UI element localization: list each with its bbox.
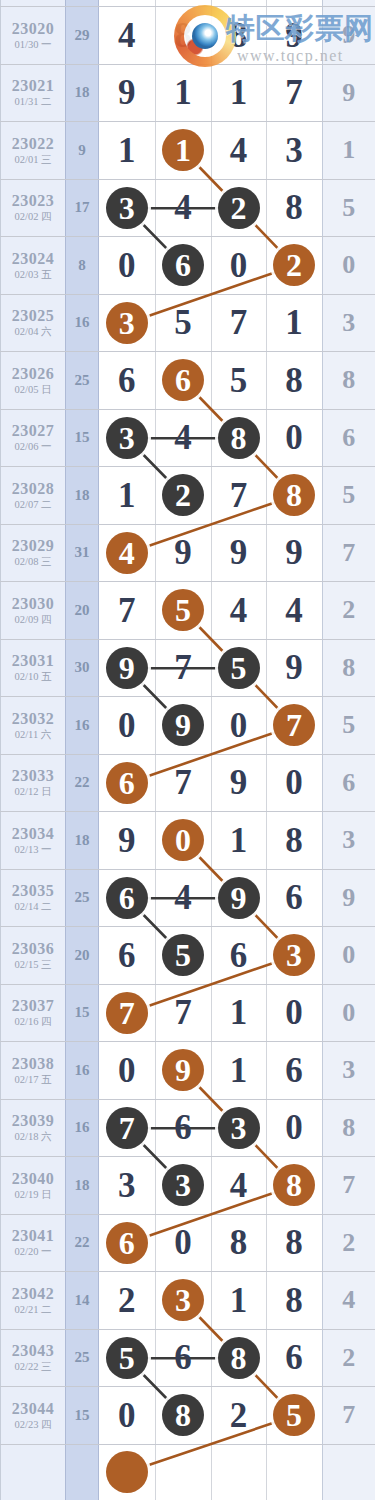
digit-cell: 2: [212, 180, 267, 237]
digit: 1: [118, 133, 136, 168]
draw-row: 2302202/01 三911431: [0, 122, 375, 180]
period-cell: [0, 1445, 66, 1500]
extra-cell: 8: [323, 1100, 375, 1157]
sum-cell: 25: [66, 1330, 99, 1387]
digit-cell: 9: [156, 697, 212, 754]
digit-cell: 7: [267, 697, 323, 754]
period-cell: 2302402/03 五: [0, 237, 66, 294]
circled-digit-dark: 3: [106, 417, 148, 459]
digit-cell: 3: [156, 1157, 212, 1214]
digit-cell: 4: [212, 1157, 267, 1214]
draw-row: 2302402/03 五806020: [0, 237, 375, 295]
digit: 2: [118, 1283, 136, 1318]
draw-date: 02/14 二: [14, 900, 51, 913]
extra-digit: 2: [342, 1230, 355, 1256]
digit-cell: 5: [156, 927, 212, 984]
extra-digit: 8: [342, 655, 355, 681]
digit-cell: 6: [156, 1330, 212, 1387]
period-number: 23043: [12, 1342, 55, 1360]
digit-cell: 1: [212, 985, 267, 1042]
period-number: 23021: [12, 77, 55, 95]
digit: 9: [285, 18, 303, 53]
digit: 8: [174, 18, 192, 53]
digit-cell: [99, 1445, 156, 1500]
period-cell: 2304202/21 二: [0, 1272, 66, 1329]
draw-row: 2303002/09 四2075442: [0, 582, 375, 640]
digit-cell: 4: [156, 410, 212, 467]
draw-date: 02/02 四: [14, 210, 51, 223]
extra-digit: 3: [342, 827, 355, 853]
digit-cell: 9: [156, 525, 212, 582]
extra-cell: 3: [323, 295, 375, 352]
sum-value: 17: [75, 199, 90, 216]
circled-digit-dark: 2: [162, 474, 204, 516]
draw-row: 2304302/22 三2556862: [0, 1330, 375, 1388]
draw-row: 2302602/05 日2566588: [0, 352, 375, 410]
period-number: 23026: [12, 365, 55, 383]
digit-cell: [212, 0, 267, 6]
extra-digit: 2: [342, 1345, 355, 1371]
circled-digit-orange: 3: [106, 302, 148, 344]
digit-cell: 6: [156, 352, 212, 409]
sum-cell: 16: [66, 1042, 99, 1099]
digit-cell: 0: [267, 410, 323, 467]
extra-cell: 2: [323, 1215, 375, 1272]
sum-value: 16: [75, 717, 90, 734]
digit-cell: 0: [99, 697, 156, 754]
period-cell: 2303902/18 六: [0, 1100, 66, 1157]
sum-cell: 20: [66, 927, 99, 984]
sum-value: 25: [75, 1349, 90, 1366]
draw-row: 2302902/08 三3149997: [0, 525, 375, 583]
digit-cell: 2: [156, 467, 212, 524]
period-cell: 2302602/05 日: [0, 352, 66, 409]
sum-cell: 16: [66, 295, 99, 352]
draw-date: 02/17 五: [14, 1073, 51, 1086]
digit-cell: 9: [99, 640, 156, 697]
circled-digit-orange: 9: [162, 1049, 204, 1091]
draw-date: 02/15 三: [14, 958, 51, 971]
period-cell: 2303202/11 六: [0, 697, 66, 754]
digit-cell: [99, 0, 156, 6]
prediction-row: [0, 1445, 375, 1500]
period-cell: 2303402/13 一: [0, 812, 66, 869]
digit: 0: [174, 1225, 192, 1260]
period-number: 23031: [12, 652, 55, 670]
digit-cell: 8: [267, 1215, 323, 1272]
digit-cell: 1: [212, 1272, 267, 1329]
extra-cell: 4: [323, 1272, 375, 1329]
circled-digit-orange: 6: [162, 359, 204, 401]
circled-digit-dark: 8: [162, 1394, 204, 1436]
sum-cell: 16: [66, 697, 99, 754]
sum-value: 25: [75, 372, 90, 389]
extra-cell: 0: [323, 927, 375, 984]
extra-cell: 7: [323, 1157, 375, 1214]
period-number: 23024: [12, 250, 55, 268]
period-cell: 2302802/07 二: [0, 467, 66, 524]
extra-cell: [323, 0, 375, 6]
digit-cell: 0: [156, 1215, 212, 1272]
digit-cell: 5: [156, 295, 212, 352]
period-number: 23025: [12, 307, 55, 325]
extra-digit: 0: [342, 252, 355, 278]
digit-cell: 3: [267, 927, 323, 984]
period-number: 23029: [12, 537, 55, 555]
circled-digit-orange: 5: [162, 589, 204, 631]
period-cell: 2302902/08 三: [0, 525, 66, 582]
period-cell: 2302302/02 四: [0, 180, 66, 237]
digit-cell: 1: [99, 122, 156, 179]
digit-cell: 5: [212, 352, 267, 409]
extra-digit: 8: [342, 1115, 355, 1141]
sum-cell: 18: [66, 1157, 99, 1214]
period-number: 23044: [12, 1400, 55, 1418]
sum-value: 22: [75, 1234, 90, 1251]
circled-digit-orange: 7: [273, 704, 315, 746]
extra-cell: 9: [323, 65, 375, 122]
sum-cell: 25: [66, 352, 99, 409]
digit-cell: 8: [156, 7, 212, 64]
digit: 4: [174, 420, 192, 455]
digit-cell: 7: [212, 467, 267, 524]
digit: 8: [230, 18, 248, 53]
circled-digit-orange: 0: [162, 819, 204, 861]
digit: 9: [118, 75, 136, 110]
draw-row: 2303602/15 三2065630: [0, 927, 375, 985]
circled-digit-orange: 2: [273, 244, 315, 286]
draw-date: 02/20 一: [14, 1245, 51, 1258]
digit-cell: 1: [156, 65, 212, 122]
digit-cell: 8: [267, 1157, 323, 1214]
digit-cell: 3: [99, 410, 156, 467]
circled-digit-orange: 8: [273, 474, 315, 516]
extra-cell: 8: [323, 640, 375, 697]
trend-grid: 2302001/30 一29488992302101/31 二189117923…: [0, 0, 375, 1500]
period-cell: 2303302/12 日: [0, 755, 66, 812]
draw-row: 2303102/10 五3097598: [0, 640, 375, 698]
extra-cell: 9: [323, 7, 375, 64]
sum-value: 29: [75, 27, 90, 44]
sum-value: 15: [75, 1407, 90, 1424]
period-number: 23041: [12, 1227, 55, 1245]
digit-cell: 5: [156, 582, 212, 639]
digit-cell: 9: [267, 640, 323, 697]
circled-digit-dark: 9: [162, 704, 204, 746]
circled-digit-orange: 6: [106, 762, 148, 804]
digit-cell: 9: [267, 525, 323, 582]
digit: 0: [230, 248, 248, 283]
digit-cell: 0: [99, 1387, 156, 1444]
digit: 4: [118, 18, 136, 53]
extra-cell: 5: [323, 697, 375, 754]
draw-date: 02/21 二: [14, 1303, 51, 1316]
digit: 8: [285, 823, 303, 858]
partial-row: [0, 0, 375, 7]
digit: 9: [285, 535, 303, 570]
digit-cell: 7: [99, 1100, 156, 1157]
circled-digit-dark: 9: [106, 647, 148, 689]
draw-date: 02/06 一: [14, 440, 51, 453]
sum-value: 18: [75, 487, 90, 504]
digit-cell: 0: [156, 812, 212, 869]
period-cell: 2304302/22 三: [0, 1330, 66, 1387]
digit: 1: [174, 75, 192, 110]
draw-date: 02/23 四: [14, 1418, 51, 1431]
digit-cell: 8: [212, 410, 267, 467]
digit-cell: 2: [212, 1387, 267, 1444]
extra-cell: 7: [323, 525, 375, 582]
period-cell: [0, 0, 66, 6]
digit-cell: 9: [156, 1042, 212, 1099]
extra-cell: [323, 1445, 375, 1500]
lottery-trend-chart: 2302001/30 一29488992302101/31 二189117923…: [0, 0, 375, 1500]
digit-cell: [156, 0, 212, 6]
draw-date: 02/22 三: [14, 1360, 51, 1373]
digit: 1: [230, 995, 248, 1030]
draw-date: 02/10 五: [14, 670, 51, 683]
sum-value: 16: [75, 1062, 90, 1079]
digit-cell: 1: [212, 812, 267, 869]
draw-row: 2303502/14 二2564969: [0, 870, 375, 928]
digit-cell: 1: [99, 467, 156, 524]
draw-row: 2303802/17 五1609163: [0, 1042, 375, 1100]
digit-cell: 4: [156, 870, 212, 927]
circled-digit-dark: 2: [218, 187, 260, 229]
digit-cell: 6: [156, 1100, 212, 1157]
digit-cell: 0: [212, 697, 267, 754]
draw-row: 2303702/16 四1577100: [0, 985, 375, 1043]
digit: 2: [230, 1398, 248, 1433]
extra-cell: 3: [323, 812, 375, 869]
sum-value: 15: [75, 1004, 90, 1021]
draw-row: 2303302/12 日2267906: [0, 755, 375, 813]
digit: 6: [174, 1110, 192, 1145]
period-cell: 2303602/15 三: [0, 927, 66, 984]
digit-cell: 8: [267, 812, 323, 869]
sum-cell: 31: [66, 525, 99, 582]
digit-cell: 0: [99, 237, 156, 294]
digit-cell: 4: [99, 525, 156, 582]
digit-cell: 6: [267, 1042, 323, 1099]
digit-cell: 7: [156, 755, 212, 812]
extra-cell: 6: [323, 410, 375, 467]
digit-cell: 0: [267, 755, 323, 812]
period-number: 23022: [12, 135, 55, 153]
digit-cell: [267, 1445, 323, 1500]
sum-cell: 20: [66, 582, 99, 639]
circled-digit-dark: 3: [162, 1164, 204, 1206]
digit: 3: [118, 1168, 136, 1203]
digit-cell: 1: [267, 295, 323, 352]
digit: 5: [174, 305, 192, 340]
period-cell: 2303702/16 四: [0, 985, 66, 1042]
digit-cell: 3: [212, 1100, 267, 1157]
circled-digit-dark: 5: [218, 647, 260, 689]
digit-cell: 8: [212, 7, 267, 64]
sum-cell: 15: [66, 1387, 99, 1444]
digit: 1: [118, 478, 136, 513]
sum-value: 30: [75, 659, 90, 676]
draw-row: 2302502/04 六1635713: [0, 295, 375, 353]
digit-cell: 4: [212, 122, 267, 179]
draw-row: 2304102/20 一2260882: [0, 1215, 375, 1273]
extra-digit: 5: [342, 482, 355, 508]
digit: 7: [174, 765, 192, 800]
period-cell: 2302702/06 一: [0, 410, 66, 467]
digit-cell: 7: [212, 295, 267, 352]
circled-digit-orange: 3: [162, 1279, 204, 1321]
draw-row: 2304202/21 二1423184: [0, 1272, 375, 1330]
period-cell: 2304102/20 一: [0, 1215, 66, 1272]
period-number: 23036: [12, 940, 55, 958]
period-cell: 2303502/14 二: [0, 870, 66, 927]
digit: 6: [285, 1053, 303, 1088]
digit: 9: [118, 823, 136, 858]
period-number: 23037: [12, 997, 55, 1015]
sum-cell: 15: [66, 410, 99, 467]
draw-row: 2304002/19 日1833487: [0, 1157, 375, 1215]
sum-cell: 9: [66, 122, 99, 179]
digit: 7: [174, 650, 192, 685]
digit: 4: [230, 593, 248, 628]
digit: 0: [285, 765, 303, 800]
digit-cell: [267, 0, 323, 6]
period-number: 23035: [12, 882, 55, 900]
digit-cell: 8: [212, 1330, 267, 1387]
circled-digit-dark: 5: [106, 1337, 148, 1379]
extra-cell: 1: [323, 122, 375, 179]
extra-cell: 0: [323, 985, 375, 1042]
digit: 4: [230, 1168, 248, 1203]
digit: 9: [230, 765, 248, 800]
sum-cell: 18: [66, 812, 99, 869]
digit-cell: 6: [267, 870, 323, 927]
circled-digit-orange: 4: [106, 532, 148, 574]
extra-digit: 7: [342, 540, 355, 566]
extra-digit: 9: [342, 22, 355, 48]
period-number: 23038: [12, 1055, 55, 1073]
sum-cell: 18: [66, 467, 99, 524]
digit: 6: [174, 1340, 192, 1375]
sum-cell: 8: [66, 237, 99, 294]
draw-row: 2303902/18 六1676308: [0, 1100, 375, 1158]
digit: 6: [230, 938, 248, 973]
digit-cell: 8: [267, 352, 323, 409]
extra-digit: 2: [342, 597, 355, 623]
digit-cell: 7: [99, 582, 156, 639]
digit-cell: 3: [99, 295, 156, 352]
draw-date: 01/31 二: [14, 95, 51, 108]
sum-cell: 29: [66, 7, 99, 64]
digit: 5: [230, 363, 248, 398]
circled-digit-orange: 5: [273, 1394, 315, 1436]
digit-cell: 8: [212, 1215, 267, 1272]
digit-cell: 5: [99, 1330, 156, 1387]
digit: 8: [230, 1225, 248, 1260]
digit-cell: 0: [267, 985, 323, 1042]
digit-cell: 6: [99, 352, 156, 409]
period-cell: 2304002/19 日: [0, 1157, 66, 1214]
digit-cell: 4: [267, 582, 323, 639]
sum-cell: 16: [66, 1100, 99, 1157]
digit-cell: 8: [267, 180, 323, 237]
sum-value: 8: [78, 257, 86, 274]
sum-cell: 22: [66, 1215, 99, 1272]
extra-digit: 7: [342, 1402, 355, 1428]
period-cell: 2302101/31 二: [0, 65, 66, 122]
circled-digit-dark: 8: [218, 417, 260, 459]
digit: 0: [118, 248, 136, 283]
digit-cell: 1: [156, 122, 212, 179]
extra-cell: 5: [323, 467, 375, 524]
digit: 7: [174, 995, 192, 1030]
digit-cell: 3: [99, 1157, 156, 1214]
draw-date: 02/12 日: [14, 785, 51, 798]
digit: 0: [230, 708, 248, 743]
extra-digit: 5: [342, 195, 355, 221]
digit-cell: 2: [267, 237, 323, 294]
extra-digit: 4: [342, 1287, 355, 1313]
digit: 4: [285, 593, 303, 628]
digit: 0: [285, 420, 303, 455]
digit: 0: [118, 1053, 136, 1088]
digit-cell: 8: [156, 1387, 212, 1444]
digit-cell: 2: [99, 1272, 156, 1329]
sum-value: 18: [75, 832, 90, 849]
sum-value: 20: [75, 947, 90, 964]
extra-cell: 3: [323, 1042, 375, 1099]
digit-cell: [212, 1445, 267, 1500]
sum-value: 20: [75, 602, 90, 619]
sum-value: 31: [75, 544, 90, 561]
extra-cell: 2: [323, 582, 375, 639]
digit: 1: [230, 1283, 248, 1318]
digit-cell: [156, 1445, 212, 1500]
digit-cell: 1: [212, 65, 267, 122]
draw-date: 02/11 六: [15, 728, 52, 741]
draw-date: 01/30 一: [14, 38, 51, 51]
draw-date: 02/05 日: [14, 383, 51, 396]
circled-digit-orange: 8: [273, 1164, 315, 1206]
digit-cell: 3: [99, 180, 156, 237]
draw-date: 02/18 六: [14, 1130, 51, 1143]
draw-date: 02/04 六: [14, 325, 51, 338]
digit-cell: 9: [212, 870, 267, 927]
period-cell: 2303802/17 五: [0, 1042, 66, 1099]
digit-cell: 6: [99, 755, 156, 812]
period-number: 23040: [12, 1170, 55, 1188]
sum-value: 14: [75, 1292, 90, 1309]
digit-cell: 0: [99, 1042, 156, 1099]
circled-digit-dark: 3: [106, 187, 148, 229]
period-number: 23033: [12, 767, 55, 785]
digit-cell: 9: [212, 525, 267, 582]
digit-cell: 7: [99, 985, 156, 1042]
digit-cell: 4: [156, 180, 212, 237]
digit: 7: [118, 593, 136, 628]
digit: 6: [118, 938, 136, 973]
prediction-circle: [106, 1451, 148, 1493]
draw-date: 02/19 日: [14, 1188, 51, 1201]
extra-digit: 9: [342, 80, 355, 106]
extra-digit: 0: [342, 942, 355, 968]
sum-cell: 30: [66, 640, 99, 697]
period-number: 23034: [12, 825, 55, 843]
circled-digit-orange: 3: [273, 934, 315, 976]
period-number: 23028: [12, 480, 55, 498]
digit: 9: [230, 535, 248, 570]
